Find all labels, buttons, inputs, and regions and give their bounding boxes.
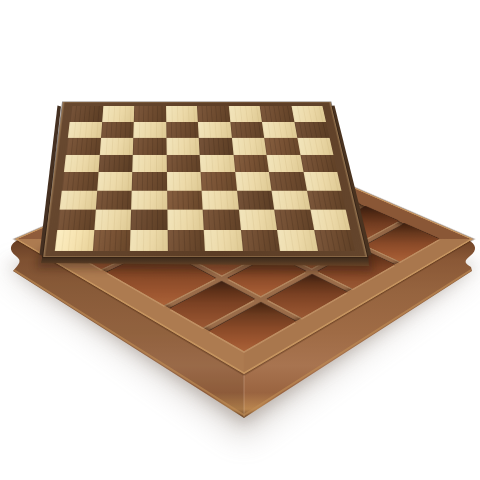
board-playfield bbox=[55, 106, 355, 251]
board-square bbox=[269, 172, 307, 190]
board-square bbox=[132, 154, 166, 172]
product-photo-scene bbox=[0, 0, 480, 480]
board-square bbox=[57, 210, 95, 230]
board-square bbox=[235, 172, 272, 190]
board-square bbox=[233, 154, 269, 172]
board-square bbox=[167, 230, 205, 251]
board-square bbox=[62, 172, 98, 190]
board-square bbox=[291, 106, 326, 121]
board-square bbox=[197, 106, 230, 121]
board-square bbox=[134, 106, 166, 121]
board-square bbox=[132, 172, 167, 190]
board-square bbox=[55, 230, 94, 251]
board-square bbox=[202, 190, 239, 209]
board-square bbox=[166, 122, 199, 138]
board-square bbox=[266, 154, 303, 172]
board-square bbox=[167, 210, 204, 230]
board-square bbox=[228, 106, 262, 121]
board-square bbox=[131, 190, 167, 209]
board-square bbox=[68, 122, 102, 138]
board-square bbox=[102, 106, 134, 121]
board-square bbox=[264, 138, 300, 155]
board-square bbox=[198, 122, 232, 138]
board-square bbox=[294, 122, 330, 138]
board-square bbox=[271, 190, 309, 209]
board-square bbox=[98, 154, 133, 172]
board-square bbox=[300, 154, 337, 172]
board-square bbox=[133, 122, 166, 138]
board-square bbox=[277, 230, 317, 251]
board-square bbox=[262, 122, 297, 138]
board-square bbox=[314, 230, 355, 251]
board-square bbox=[133, 138, 166, 155]
board-square bbox=[274, 210, 313, 230]
board-square bbox=[237, 190, 275, 209]
board-square bbox=[199, 138, 233, 155]
board-square bbox=[167, 190, 203, 209]
board-square bbox=[94, 210, 131, 230]
board-square bbox=[130, 230, 168, 251]
board-square bbox=[297, 138, 333, 155]
board-square bbox=[166, 154, 200, 172]
board-square bbox=[92, 230, 130, 251]
board-square bbox=[95, 190, 131, 209]
board-square bbox=[101, 122, 134, 138]
board-square bbox=[64, 154, 99, 172]
board-square bbox=[70, 106, 103, 121]
board-square bbox=[203, 210, 241, 230]
board-square bbox=[130, 210, 167, 230]
board-square bbox=[201, 172, 237, 190]
board-square bbox=[238, 210, 277, 230]
board-square bbox=[306, 190, 345, 209]
chess-board bbox=[43, 102, 367, 257]
board-square bbox=[230, 122, 264, 138]
board-square bbox=[310, 210, 350, 230]
board-square bbox=[97, 172, 133, 190]
board-square bbox=[99, 138, 133, 155]
board-square bbox=[240, 230, 280, 251]
board-square bbox=[204, 230, 243, 251]
board-square bbox=[200, 154, 235, 172]
board-square bbox=[303, 172, 341, 190]
board-square bbox=[60, 190, 97, 209]
board-square bbox=[166, 172, 201, 190]
board-square bbox=[260, 106, 294, 121]
board-square bbox=[166, 138, 200, 155]
board-square bbox=[66, 138, 101, 155]
board-square bbox=[166, 106, 198, 121]
board-square bbox=[231, 138, 266, 155]
